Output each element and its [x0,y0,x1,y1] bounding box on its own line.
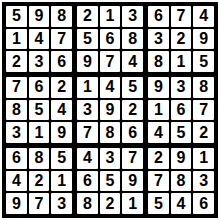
cell-r3c8[interactable]: 1 [171,51,192,72]
cell-r7c6[interactable]: 7 [122,148,143,169]
cell-r7c1[interactable]: 6 [6,148,27,169]
cell-r4c2[interactable]: 6 [29,77,50,98]
cell-r1c9[interactable]: 4 [193,6,214,27]
cell-r3c9[interactable]: 5 [193,51,214,72]
cell-r5c7[interactable]: 1 [148,100,169,121]
box-r2c0: 685421973 [6,148,72,214]
cell-r3c4[interactable]: 9 [77,51,98,72]
cell-r6c9[interactable]: 2 [193,122,214,143]
cell-r3c2[interactable]: 3 [29,51,50,72]
cell-r1c1[interactable]: 5 [6,6,27,27]
cell-r2c8[interactable]: 2 [171,29,192,50]
cell-r1c5[interactable]: 1 [100,6,121,27]
cell-r8c3[interactable]: 1 [51,171,72,192]
cell-r9c7[interactable]: 5 [148,193,169,214]
cell-r8c1[interactable]: 4 [6,171,27,192]
cell-r2c9[interactable]: 9 [193,29,214,50]
cell-r5c1[interactable]: 8 [6,100,27,121]
cell-r2c5[interactable]: 6 [100,29,121,50]
cell-r5c8[interactable]: 6 [171,100,192,121]
cell-r3c1[interactable]: 2 [6,51,27,72]
cell-r1c6[interactable]: 3 [122,6,143,27]
cell-r9c8[interactable]: 4 [171,193,192,214]
cell-r4c9[interactable]: 8 [193,77,214,98]
cell-r6c2[interactable]: 1 [29,122,50,143]
cell-r7c5[interactable]: 3 [100,148,121,169]
cell-r3c5[interactable]: 7 [100,51,121,72]
box-r2c1: 437659821 [77,148,143,214]
cell-r8c6[interactable]: 9 [122,171,143,192]
box-r0c2: 674329815 [148,6,214,72]
cell-r2c3[interactable]: 7 [51,29,72,50]
cell-r6c8[interactable]: 5 [171,122,192,143]
cell-r3c3[interactable]: 6 [51,51,72,72]
cell-r4c8[interactable]: 3 [171,77,192,98]
cell-r9c2[interactable]: 7 [29,193,50,214]
cell-r6c5[interactable]: 8 [100,122,121,143]
cell-r1c7[interactable]: 6 [148,6,169,27]
cell-r2c4[interactable]: 5 [77,29,98,50]
box-r0c1: 213568974 [77,6,143,72]
cell-r8c5[interactable]: 5 [100,171,121,192]
cell-r1c3[interactable]: 8 [51,6,72,27]
cell-r8c2[interactable]: 2 [29,171,50,192]
cell-r9c3[interactable]: 3 [51,193,72,214]
cell-r9c5[interactable]: 2 [100,193,121,214]
cell-r5c5[interactable]: 9 [100,100,121,121]
cell-r9c6[interactable]: 1 [122,193,143,214]
box-r0c0: 598147236 [6,6,72,72]
cell-r5c2[interactable]: 5 [29,100,50,121]
cell-r9c9[interactable]: 6 [193,193,214,214]
cell-r4c4[interactable]: 1 [77,77,98,98]
cell-r6c6[interactable]: 6 [122,122,143,143]
cell-r4c3[interactable]: 2 [51,77,72,98]
cell-r6c1[interactable]: 3 [6,122,27,143]
cell-r3c6[interactable]: 4 [122,51,143,72]
cell-r7c3[interactable]: 5 [51,148,72,169]
cell-r5c3[interactable]: 4 [51,100,72,121]
cell-r2c1[interactable]: 1 [6,29,27,50]
cell-r7c4[interactable]: 4 [77,148,98,169]
cell-r4c6[interactable]: 5 [122,77,143,98]
cell-r1c8[interactable]: 7 [171,6,192,27]
cell-r8c8[interactable]: 8 [171,171,192,192]
cell-r2c2[interactable]: 4 [29,29,50,50]
cell-r1c2[interactable]: 9 [29,6,50,27]
cell-r9c1[interactable]: 9 [6,193,27,214]
cell-r1c4[interactable]: 2 [77,6,98,27]
cell-r7c2[interactable]: 8 [29,148,50,169]
cell-r6c7[interactable]: 4 [148,122,169,143]
cell-r6c4[interactable]: 7 [77,122,98,143]
cell-r9c4[interactable]: 8 [77,193,98,214]
cell-r6c3[interactable]: 9 [51,122,72,143]
cell-r4c1[interactable]: 7 [6,77,27,98]
box-r1c2: 938167452 [148,77,214,143]
cell-r5c9[interactable]: 7 [193,100,214,121]
cell-r8c7[interactable]: 7 [148,171,169,192]
box-r1c0: 762854319 [6,77,72,143]
box-r2c2: 291783546 [148,148,214,214]
sudoku-board: 5981472362135689746743298157628543191453… [2,2,218,218]
cell-r5c4[interactable]: 3 [77,100,98,121]
cell-r3c7[interactable]: 8 [148,51,169,72]
cell-r8c4[interactable]: 6 [77,171,98,192]
cell-r4c5[interactable]: 4 [100,77,121,98]
cell-r2c7[interactable]: 3 [148,29,169,50]
cell-r5c6[interactable]: 2 [122,100,143,121]
cell-r7c9[interactable]: 1 [193,148,214,169]
cell-r7c7[interactable]: 2 [148,148,169,169]
cell-r7c8[interactable]: 9 [171,148,192,169]
cell-r8c9[interactable]: 3 [193,171,214,192]
cell-r4c7[interactable]: 9 [148,77,169,98]
box-r1c1: 145392786 [77,77,143,143]
cell-r2c6[interactable]: 8 [122,29,143,50]
